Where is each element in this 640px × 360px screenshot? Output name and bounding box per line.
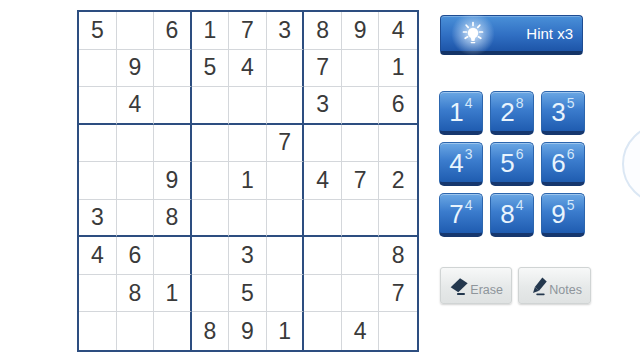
board-cell-r5c1[interactable] bbox=[79, 162, 117, 200]
numpad-remaining-count: 4 bbox=[465, 96, 473, 110]
board-cell-r9c9[interactable] bbox=[379, 312, 417, 350]
board-cell-r6c9[interactable] bbox=[379, 200, 417, 238]
hint-label: Hint x3 bbox=[526, 25, 573, 42]
numpad-remaining-count: 8 bbox=[516, 96, 524, 110]
board-cell-r1c6[interactable]: 3 bbox=[267, 12, 305, 50]
board-cell-r9c5[interactable]: 9 bbox=[229, 312, 267, 350]
numpad-digit: 8 bbox=[500, 201, 514, 227]
board-cell-r5c9[interactable]: 2 bbox=[379, 162, 417, 200]
board-cell-r2c2[interactable]: 9 bbox=[117, 50, 155, 88]
board-cell-r5c5[interactable]: 1 bbox=[229, 162, 267, 200]
board-cell-r7c1[interactable]: 4 bbox=[79, 237, 117, 275]
notes-label: Notes bbox=[549, 283, 582, 297]
board-cell-r6c6[interactable] bbox=[267, 200, 305, 238]
board-cell-r8c5[interactable]: 5 bbox=[229, 275, 267, 313]
board-cell-r6c3[interactable]: 8 bbox=[154, 200, 192, 238]
board-cell-r8c9[interactable]: 7 bbox=[379, 275, 417, 313]
board-cell-r8c3[interactable]: 1 bbox=[154, 275, 192, 313]
board-cell-r9c7[interactable] bbox=[304, 312, 342, 350]
board-cell-r6c1[interactable]: 3 bbox=[79, 200, 117, 238]
board-cell-r3c3[interactable] bbox=[154, 87, 192, 125]
board-cell-r7c2[interactable]: 6 bbox=[117, 237, 155, 275]
board-cell-r1c7[interactable]: 8 bbox=[304, 12, 342, 50]
board-cell-r8c4[interactable] bbox=[192, 275, 230, 313]
numpad-remaining-count: 4 bbox=[465, 198, 473, 212]
board-cell-r2c6[interactable] bbox=[267, 50, 305, 88]
board-cell-r1c4[interactable]: 1 bbox=[192, 12, 230, 50]
board-cell-r8c6[interactable] bbox=[267, 275, 305, 313]
numpad-digit: 6 bbox=[551, 150, 565, 176]
board-cell-r3c9[interactable]: 6 bbox=[379, 87, 417, 125]
board-cell-r4c7[interactable] bbox=[304, 125, 342, 163]
numpad-remaining-count: 5 bbox=[567, 198, 575, 212]
board-cell-r3c4[interactable] bbox=[192, 87, 230, 125]
numpad-button-4[interactable]: 43 bbox=[439, 142, 483, 186]
board-cell-r8c8[interactable] bbox=[342, 275, 380, 313]
board-cell-r5c8[interactable]: 7 bbox=[342, 162, 380, 200]
board-cell-r4c8[interactable] bbox=[342, 125, 380, 163]
board-cell-r4c5[interactable] bbox=[229, 125, 267, 163]
board-cell-r1c9[interactable]: 4 bbox=[379, 12, 417, 50]
numpad-digit: 4 bbox=[449, 150, 463, 176]
numpad-digit: 1 bbox=[449, 99, 463, 125]
board-cell-r8c7[interactable] bbox=[304, 275, 342, 313]
board-cell-r7c4[interactable] bbox=[192, 237, 230, 275]
numpad-remaining-count: 4 bbox=[516, 198, 524, 212]
numpad-digit: 9 bbox=[551, 201, 565, 227]
board-cell-r4c6[interactable]: 7 bbox=[267, 125, 305, 163]
board-cell-r3c1[interactable] bbox=[79, 87, 117, 125]
board-cell-r7c8[interactable] bbox=[342, 237, 380, 275]
number-pad: 142835435666748495 bbox=[439, 91, 585, 237]
numpad-button-6[interactable]: 66 bbox=[541, 142, 585, 186]
numpad-digit: 2 bbox=[500, 99, 514, 125]
board-cell-r3c6[interactable] bbox=[267, 87, 305, 125]
board-cell-r2c1[interactable] bbox=[79, 50, 117, 88]
board-cell-r3c7[interactable]: 3 bbox=[304, 87, 342, 125]
numpad-button-3[interactable]: 35 bbox=[541, 91, 585, 135]
erase-label: Erase bbox=[470, 283, 503, 297]
board-cell-r9c6[interactable]: 1 bbox=[267, 312, 305, 350]
board-cell-r3c2[interactable]: 4 bbox=[117, 87, 155, 125]
board-cell-r6c4[interactable] bbox=[192, 200, 230, 238]
board-cell-r8c2[interactable]: 8 bbox=[117, 275, 155, 313]
board-cell-r4c3[interactable] bbox=[154, 125, 192, 163]
board-cell-r5c7[interactable]: 4 bbox=[304, 162, 342, 200]
board-cell-r6c8[interactable] bbox=[342, 200, 380, 238]
numpad-digit: 7 bbox=[449, 201, 463, 227]
board-cell-r5c2[interactable] bbox=[117, 162, 155, 200]
board-cell-r7c9[interactable]: 8 bbox=[379, 237, 417, 275]
board-cell-r9c4[interactable]: 8 bbox=[192, 312, 230, 350]
numpad-button-9[interactable]: 95 bbox=[541, 193, 585, 237]
numpad-button-1[interactable]: 14 bbox=[439, 91, 483, 135]
numpad-digit: 5 bbox=[500, 150, 514, 176]
board-cell-r4c9[interactable] bbox=[379, 125, 417, 163]
board-cell-r3c8[interactable] bbox=[342, 87, 380, 125]
lightbulb-icon-svg bbox=[460, 21, 486, 47]
board-cell-r2c9[interactable]: 1 bbox=[379, 50, 417, 88]
board-cell-r1c2[interactable] bbox=[117, 12, 155, 50]
board-cell-r7c5[interactable]: 3 bbox=[229, 237, 267, 275]
board-cell-r6c5[interactable] bbox=[229, 200, 267, 238]
board-cell-r6c2[interactable] bbox=[117, 200, 155, 238]
numpad-digit: 3 bbox=[551, 99, 565, 125]
board-cell-r3c5[interactable] bbox=[229, 87, 267, 125]
lightbulb-icon bbox=[453, 17, 493, 51]
hint-button[interactable]: Hint x3 bbox=[440, 15, 583, 55]
edge-circle-decoration bbox=[622, 124, 640, 204]
board-cell-r4c2[interactable] bbox=[117, 125, 155, 163]
numpad-button-7[interactable]: 74 bbox=[439, 193, 483, 237]
board-cell-r4c1[interactable] bbox=[79, 125, 117, 163]
board-cell-r7c3[interactable] bbox=[154, 237, 192, 275]
eraser-icon bbox=[448, 274, 470, 297]
board-cell-r9c3[interactable] bbox=[154, 312, 192, 350]
board-cell-r5c3[interactable]: 9 bbox=[154, 162, 192, 200]
board-cell-r5c6[interactable] bbox=[267, 162, 305, 200]
board-cell-r7c7[interactable] bbox=[304, 237, 342, 275]
pencil-icon bbox=[526, 274, 549, 297]
board-cell-r9c8[interactable]: 4 bbox=[342, 312, 380, 350]
board-cell-r2c4[interactable]: 5 bbox=[192, 50, 230, 88]
board-cell-r2c8[interactable] bbox=[342, 50, 380, 88]
board-cell-r7c6[interactable] bbox=[267, 237, 305, 275]
board-cell-r1c5[interactable]: 7 bbox=[229, 12, 267, 50]
numpad-button-5[interactable]: 56 bbox=[490, 142, 534, 186]
board-cell-r1c1[interactable]: 5 bbox=[79, 12, 117, 50]
board-cell-r2c3[interactable] bbox=[154, 50, 192, 88]
sudoku-board: 561738949547143679147238463881578914 bbox=[77, 10, 419, 352]
notes-button[interactable]: Notes bbox=[518, 267, 591, 304]
numpad-remaining-count: 6 bbox=[567, 147, 575, 161]
numpad-button-2[interactable]: 28 bbox=[490, 91, 534, 135]
numpad-remaining-count: 3 bbox=[465, 147, 473, 161]
board-cell-r1c3[interactable]: 6 bbox=[154, 12, 192, 50]
numpad-remaining-count: 6 bbox=[516, 147, 524, 161]
board-cell-r4c4[interactable] bbox=[192, 125, 230, 163]
numpad-button-8[interactable]: 84 bbox=[490, 193, 534, 237]
numpad-remaining-count: 5 bbox=[567, 96, 575, 110]
erase-button[interactable]: Erase bbox=[440, 267, 512, 304]
board-cell-r8c1[interactable] bbox=[79, 275, 117, 313]
board-cell-r6c7[interactable] bbox=[304, 200, 342, 238]
board-cell-r5c4[interactable] bbox=[192, 162, 230, 200]
board-cell-r2c5[interactable]: 4 bbox=[229, 50, 267, 88]
board-cell-r1c8[interactable]: 9 bbox=[342, 12, 380, 50]
board-cell-r9c1[interactable] bbox=[79, 312, 117, 350]
board-cell-r9c2[interactable] bbox=[117, 312, 155, 350]
board-cell-r2c7[interactable]: 7 bbox=[304, 50, 342, 88]
